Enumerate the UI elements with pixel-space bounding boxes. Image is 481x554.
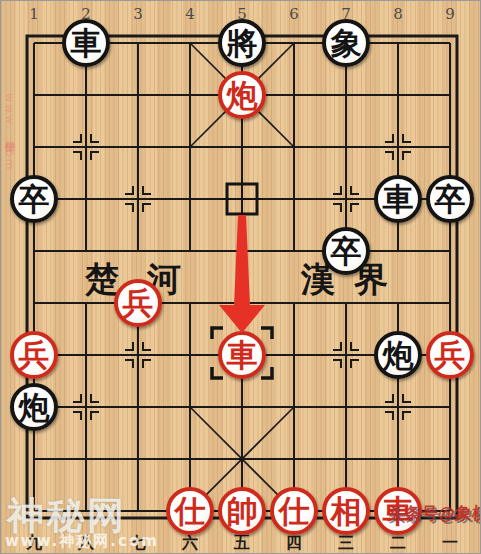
- piece-layer: 車將象炮卒車卒卒兵兵車炮兵炮仕帥仕相車: [8, 17, 476, 537]
- xiangqi-diagram: 123456789 九八七六五四三二一 楚河 漢界 車將象炮卒車卒卒兵兵車炮兵炮…: [0, 0, 481, 554]
- piece-black-soldier[interactable]: 卒: [426, 175, 474, 223]
- piece-black-elephant[interactable]: 象: [322, 19, 370, 67]
- piece-black-general[interactable]: 將: [218, 19, 266, 67]
- piece-red-chariot[interactable]: 車: [374, 487, 422, 535]
- piece-black-soldier[interactable]: 卒: [322, 227, 370, 275]
- piece-red-general[interactable]: 帥: [218, 487, 266, 535]
- piece-black-soldier[interactable]: 卒: [10, 175, 58, 223]
- piece-red-soldier[interactable]: 兵: [114, 279, 162, 327]
- piece-red-elephant[interactable]: 相: [322, 487, 370, 535]
- piece-black-chariot[interactable]: 車: [374, 175, 422, 223]
- piece-black-chariot[interactable]: 車: [62, 19, 110, 67]
- piece-red-cannon[interactable]: 炮: [218, 71, 266, 119]
- piece-red-advisor[interactable]: 仕: [166, 487, 214, 535]
- piece-red-soldier[interactable]: 兵: [426, 331, 474, 379]
- piece-red-soldier[interactable]: 兵: [10, 331, 58, 379]
- piece-red-chariot[interactable]: 車: [218, 331, 266, 379]
- piece-black-cannon[interactable]: 炮: [10, 383, 58, 431]
- piece-red-advisor[interactable]: 仕: [270, 487, 318, 535]
- piece-black-cannon[interactable]: 炮: [374, 331, 422, 379]
